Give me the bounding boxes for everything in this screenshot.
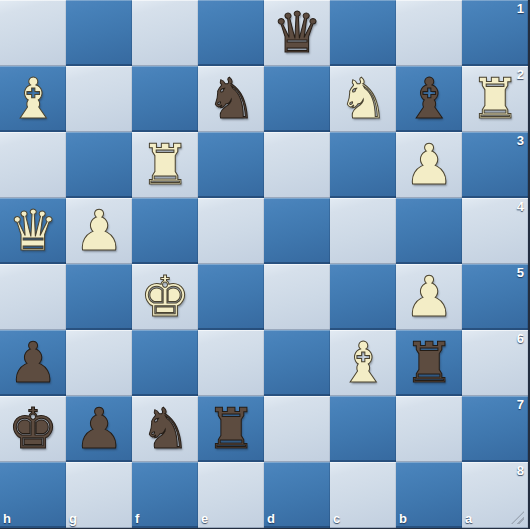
- file-label-c: c: [333, 512, 340, 526]
- square-h6[interactable]: ♟: [0, 330, 66, 396]
- file-label-g: g: [69, 512, 77, 526]
- square-g1[interactable]: [66, 0, 132, 66]
- square-d1[interactable]: ♛: [264, 0, 330, 66]
- square-d7[interactable]: [264, 396, 330, 462]
- square-g7[interactable]: ♟: [66, 396, 132, 462]
- chess-board-frame: ♛1♝♞♞♝♜2♜♟3♛♟4♚♟5♟♝♜6♚♟♞♜7hgfedcb8a: [0, 0, 530, 529]
- square-g2[interactable]: [66, 66, 132, 132]
- file-label-f: f: [135, 512, 139, 526]
- piece-white-rook[interactable]: ♜: [470, 66, 520, 132]
- file-label-a: a: [465, 512, 472, 526]
- piece-black-pawn[interactable]: ♟: [74, 396, 124, 462]
- square-c1[interactable]: [330, 0, 396, 66]
- square-h5[interactable]: [0, 264, 66, 330]
- square-e2[interactable]: ♞: [198, 66, 264, 132]
- piece-black-pawn[interactable]: ♟: [8, 330, 58, 396]
- square-f7[interactable]: ♞: [132, 396, 198, 462]
- square-g3[interactable]: [66, 132, 132, 198]
- square-a4[interactable]: 4: [462, 198, 528, 264]
- square-b5[interactable]: ♟: [396, 264, 462, 330]
- square-a2[interactable]: ♜2: [462, 66, 528, 132]
- square-h1[interactable]: [0, 0, 66, 66]
- square-g8[interactable]: g: [66, 462, 132, 528]
- piece-black-rook[interactable]: ♜: [404, 330, 454, 396]
- square-d3[interactable]: [264, 132, 330, 198]
- piece-black-knight[interactable]: ♞: [206, 66, 256, 132]
- square-e6[interactable]: [198, 330, 264, 396]
- square-g5[interactable]: [66, 264, 132, 330]
- rank-label-3: 3: [517, 134, 524, 148]
- piece-black-bishop[interactable]: ♝: [404, 66, 454, 132]
- piece-white-pawn[interactable]: ♟: [404, 264, 454, 330]
- rank-label-5: 5: [517, 266, 524, 280]
- square-g6[interactable]: [66, 330, 132, 396]
- square-c6[interactable]: ♝: [330, 330, 396, 396]
- piece-black-rook[interactable]: ♜: [206, 396, 256, 462]
- square-a3[interactable]: 3: [462, 132, 528, 198]
- square-c8[interactable]: c: [330, 462, 396, 528]
- piece-white-bishop[interactable]: ♝: [338, 330, 388, 396]
- square-c4[interactable]: [330, 198, 396, 264]
- rank-label-2: 2: [517, 68, 524, 82]
- square-d2[interactable]: [264, 66, 330, 132]
- square-c3[interactable]: [330, 132, 396, 198]
- piece-black-knight[interactable]: ♞: [140, 396, 190, 462]
- square-b8[interactable]: b: [396, 462, 462, 528]
- square-c7[interactable]: [330, 396, 396, 462]
- chess-board: ♛1♝♞♞♝♜2♜♟3♛♟4♚♟5♟♝♜6♚♟♞♜7hgfedcb8a: [0, 0, 528, 528]
- square-e1[interactable]: [198, 0, 264, 66]
- square-d5[interactable]: [264, 264, 330, 330]
- piece-white-queen[interactable]: ♛: [8, 198, 58, 264]
- square-f3[interactable]: ♜: [132, 132, 198, 198]
- square-f5[interactable]: ♚: [132, 264, 198, 330]
- rank-label-1: 1: [517, 2, 524, 16]
- square-d6[interactable]: [264, 330, 330, 396]
- file-label-b: b: [399, 512, 407, 526]
- piece-white-king[interactable]: ♚: [140, 264, 190, 330]
- square-f8[interactable]: f: [132, 462, 198, 528]
- rank-label-7: 7: [517, 398, 524, 412]
- square-h4[interactable]: ♛: [0, 198, 66, 264]
- square-e5[interactable]: [198, 264, 264, 330]
- square-c2[interactable]: ♞: [330, 66, 396, 132]
- square-d4[interactable]: [264, 198, 330, 264]
- rank-label-8: 8: [517, 464, 524, 478]
- square-e4[interactable]: [198, 198, 264, 264]
- square-f6[interactable]: [132, 330, 198, 396]
- piece-black-king[interactable]: ♚: [8, 396, 58, 462]
- square-b2[interactable]: ♝: [396, 66, 462, 132]
- square-e8[interactable]: e: [198, 462, 264, 528]
- square-e3[interactable]: [198, 132, 264, 198]
- file-label-e: e: [201, 512, 208, 526]
- file-label-h: h: [3, 512, 11, 526]
- square-h7[interactable]: ♚: [0, 396, 66, 462]
- piece-white-bishop[interactable]: ♝: [8, 66, 58, 132]
- rank-label-6: 6: [517, 332, 524, 346]
- piece-black-queen[interactable]: ♛: [272, 0, 322, 66]
- square-a6[interactable]: 6: [462, 330, 528, 396]
- square-f2[interactable]: [132, 66, 198, 132]
- square-g4[interactable]: ♟: [66, 198, 132, 264]
- square-e7[interactable]: ♜: [198, 396, 264, 462]
- square-c5[interactable]: [330, 264, 396, 330]
- square-h3[interactable]: [0, 132, 66, 198]
- square-f1[interactable]: [132, 0, 198, 66]
- square-h8[interactable]: h: [0, 462, 66, 528]
- square-a7[interactable]: 7: [462, 396, 528, 462]
- square-b4[interactable]: [396, 198, 462, 264]
- piece-white-rook[interactable]: ♜: [140, 132, 190, 198]
- square-b3[interactable]: ♟: [396, 132, 462, 198]
- rank-label-4: 4: [517, 200, 524, 214]
- square-a1[interactable]: 1: [462, 0, 528, 66]
- square-b1[interactable]: [396, 0, 462, 66]
- square-a5[interactable]: 5: [462, 264, 528, 330]
- piece-white-knight[interactable]: ♞: [338, 66, 388, 132]
- square-f4[interactable]: [132, 198, 198, 264]
- square-d8[interactable]: d: [264, 462, 330, 528]
- square-b7[interactable]: [396, 396, 462, 462]
- square-b6[interactable]: ♜: [396, 330, 462, 396]
- piece-white-pawn[interactable]: ♟: [404, 132, 454, 198]
- square-h2[interactable]: ♝: [0, 66, 66, 132]
- file-label-d: d: [267, 512, 275, 526]
- piece-white-pawn[interactable]: ♟: [74, 198, 124, 264]
